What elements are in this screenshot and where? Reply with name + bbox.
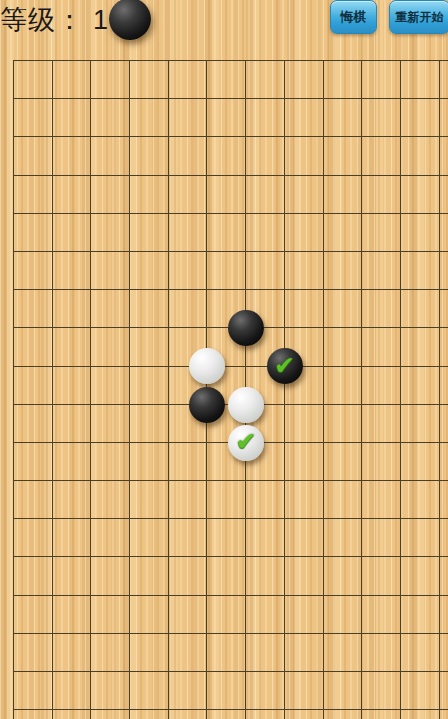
- board-cell[interactable]: [13, 404, 52, 442]
- board-cell[interactable]: [206, 60, 245, 98]
- restart-button[interactable]: 重新开始: [389, 0, 448, 34]
- board-cell[interactable]: [323, 442, 362, 480]
- board-cell[interactable]: [439, 709, 448, 719]
- board-cell[interactable]: [361, 556, 400, 594]
- board-cell[interactable]: [400, 671, 439, 709]
- board-cell[interactable]: [439, 98, 448, 136]
- undo-button[interactable]: 悔棋: [330, 0, 377, 34]
- board-cell[interactable]: [439, 480, 448, 518]
- board-cell[interactable]: [52, 709, 91, 719]
- app-screen: 等级：1 悔棋 重新开始 ✔✔: [0, 0, 448, 719]
- board-cell[interactable]: [439, 136, 448, 174]
- board-cell[interactable]: [361, 442, 400, 480]
- board-cell[interactable]: [168, 442, 207, 480]
- board-cell[interactable]: [129, 366, 168, 404]
- board-cell[interactable]: [52, 404, 91, 442]
- board-cell[interactable]: [52, 633, 91, 671]
- board-cell[interactable]: [168, 60, 207, 98]
- board-cell[interactable]: [90, 633, 129, 671]
- level-label: 等级：: [0, 5, 84, 35]
- board-cell[interactable]: [168, 671, 207, 709]
- board-cell[interactable]: [90, 709, 129, 719]
- board-cell[interactable]: [129, 327, 168, 365]
- board-cell[interactable]: [284, 671, 323, 709]
- board-cell[interactable]: [13, 633, 52, 671]
- board-cell[interactable]: [284, 60, 323, 98]
- board-cell[interactable]: [90, 366, 129, 404]
- board-cell[interactable]: [400, 327, 439, 365]
- board-cell[interactable]: [129, 213, 168, 251]
- board-cell[interactable]: [245, 136, 284, 174]
- board-cell[interactable]: [323, 251, 362, 289]
- white-stone: [228, 387, 264, 423]
- board-cell[interactable]: [90, 595, 129, 633]
- board-cell[interactable]: [90, 556, 129, 594]
- board-cell[interactable]: [52, 98, 91, 136]
- board-cell[interactable]: [439, 251, 448, 289]
- board-cell[interactable]: [323, 518, 362, 556]
- board-cell[interactable]: [129, 136, 168, 174]
- board-cell[interactable]: [400, 251, 439, 289]
- board-cell[interactable]: [168, 556, 207, 594]
- board-cell[interactable]: [90, 480, 129, 518]
- board-cell[interactable]: [323, 480, 362, 518]
- board-cell[interactable]: [245, 251, 284, 289]
- board-cell[interactable]: [52, 442, 91, 480]
- board-cell[interactable]: [323, 556, 362, 594]
- board-cell[interactable]: [323, 136, 362, 174]
- board-cell[interactable]: [129, 518, 168, 556]
- board-cell[interactable]: [129, 251, 168, 289]
- board-cell[interactable]: [90, 175, 129, 213]
- level-value: 1: [93, 5, 109, 35]
- board-cell[interactable]: [168, 518, 207, 556]
- board-cell[interactable]: [361, 98, 400, 136]
- board-cell[interactable]: [168, 213, 207, 251]
- board-cell[interactable]: [129, 556, 168, 594]
- board-cell[interactable]: [129, 633, 168, 671]
- board-cell[interactable]: [245, 709, 284, 719]
- board-cell[interactable]: [284, 480, 323, 518]
- board-cell[interactable]: [361, 366, 400, 404]
- board-cell[interactable]: [284, 633, 323, 671]
- board-cell[interactable]: [323, 709, 362, 719]
- board-cell[interactable]: [400, 595, 439, 633]
- board-cell[interactable]: [400, 60, 439, 98]
- board-cell[interactable]: [52, 327, 91, 365]
- board-cell[interactable]: [206, 98, 245, 136]
- board-cell[interactable]: [361, 213, 400, 251]
- board-cell[interactable]: [90, 60, 129, 98]
- board-cell[interactable]: [323, 98, 362, 136]
- board-cell[interactable]: [284, 213, 323, 251]
- board-cell[interactable]: [400, 442, 439, 480]
- board-cell[interactable]: [129, 595, 168, 633]
- board-cell[interactable]: [245, 633, 284, 671]
- board-cell[interactable]: [245, 556, 284, 594]
- board-cell[interactable]: [284, 175, 323, 213]
- board-cell[interactable]: [400, 480, 439, 518]
- board-cell[interactable]: [52, 518, 91, 556]
- board-cell[interactable]: [439, 556, 448, 594]
- board-cell[interactable]: [361, 518, 400, 556]
- board-cell[interactable]: [361, 175, 400, 213]
- board-cell[interactable]: [13, 136, 52, 174]
- board-cell[interactable]: [168, 251, 207, 289]
- board-cell[interactable]: [400, 289, 439, 327]
- board-cell[interactable]: [323, 633, 362, 671]
- board-cell[interactable]: [206, 136, 245, 174]
- board-cell[interactable]: [13, 442, 52, 480]
- board-cell[interactable]: [13, 366, 52, 404]
- board-cell[interactable]: [168, 480, 207, 518]
- board-cell[interactable]: [52, 480, 91, 518]
- board-cell[interactable]: [206, 518, 245, 556]
- board-cell[interactable]: [361, 327, 400, 365]
- board-cell[interactable]: [90, 327, 129, 365]
- board-cell[interactable]: [400, 175, 439, 213]
- board-cell[interactable]: [129, 480, 168, 518]
- board-cell[interactable]: [90, 404, 129, 442]
- board-cell[interactable]: [361, 251, 400, 289]
- board-cell[interactable]: [206, 251, 245, 289]
- board-cell[interactable]: [13, 595, 52, 633]
- board-cell[interactable]: [439, 595, 448, 633]
- board-cell[interactable]: [129, 442, 168, 480]
- board-cell[interactable]: [439, 404, 448, 442]
- board-cell[interactable]: [206, 175, 245, 213]
- board-cell[interactable]: [13, 518, 52, 556]
- board-cell[interactable]: [52, 175, 91, 213]
- board-cell[interactable]: [168, 709, 207, 719]
- green-check-icon: ✔: [235, 429, 256, 454]
- board-cell[interactable]: [439, 289, 448, 327]
- board-cell[interactable]: [129, 671, 168, 709]
- board-cell[interactable]: [13, 480, 52, 518]
- board-cell[interactable]: [439, 442, 448, 480]
- board-cell[interactable]: [323, 289, 362, 327]
- board-cell[interactable]: [129, 98, 168, 136]
- board[interactable]: ✔✔: [13, 60, 448, 719]
- green-check-icon: ✔: [274, 353, 295, 378]
- board-cell[interactable]: [245, 60, 284, 98]
- board-cell[interactable]: [361, 633, 400, 671]
- board-cell[interactable]: [284, 404, 323, 442]
- board-cell[interactable]: [284, 251, 323, 289]
- board-cell[interactable]: [439, 671, 448, 709]
- board-cell[interactable]: [168, 175, 207, 213]
- board-cell[interactable]: [323, 404, 362, 442]
- board-cell[interactable]: [400, 556, 439, 594]
- board-cell[interactable]: [52, 251, 91, 289]
- board-cell[interactable]: [400, 633, 439, 671]
- black-stone-icon: [109, 0, 151, 40]
- board-cell[interactable]: [13, 671, 52, 709]
- top-bar: 等级：1 悔棋 重新开始: [0, 0, 448, 56]
- board-cell[interactable]: [90, 251, 129, 289]
- board-cell[interactable]: [439, 327, 448, 365]
- board-cell[interactable]: [361, 480, 400, 518]
- board-cell[interactable]: [206, 671, 245, 709]
- board-cell[interactable]: [90, 442, 129, 480]
- board-cell[interactable]: [168, 595, 207, 633]
- board-cell[interactable]: [439, 60, 448, 98]
- board-cell[interactable]: [245, 595, 284, 633]
- board-cell[interactable]: [439, 518, 448, 556]
- board-cell[interactable]: [52, 595, 91, 633]
- board-cell[interactable]: [90, 98, 129, 136]
- board-cell[interactable]: [168, 136, 207, 174]
- board-cell[interactable]: [245, 175, 284, 213]
- board-cell[interactable]: [439, 213, 448, 251]
- board-cell[interactable]: [245, 518, 284, 556]
- board-cell[interactable]: [284, 442, 323, 480]
- board-cell[interactable]: [13, 213, 52, 251]
- board-cell[interactable]: [90, 671, 129, 709]
- board-cell[interactable]: [52, 556, 91, 594]
- board-cell[interactable]: [206, 213, 245, 251]
- board-cell[interactable]: [284, 595, 323, 633]
- board-cell[interactable]: [323, 327, 362, 365]
- board-cell[interactable]: [323, 671, 362, 709]
- board-cell[interactable]: [52, 671, 91, 709]
- board-cell[interactable]: [13, 98, 52, 136]
- board-cell[interactable]: [361, 709, 400, 719]
- board-cell[interactable]: [168, 289, 207, 327]
- board-cell[interactable]: [13, 251, 52, 289]
- board-cell[interactable]: [245, 480, 284, 518]
- board-cell[interactable]: [439, 175, 448, 213]
- board-cell[interactable]: [284, 518, 323, 556]
- board-cell[interactable]: [439, 366, 448, 404]
- board-cell[interactable]: [400, 98, 439, 136]
- board-cell[interactable]: [206, 595, 245, 633]
- black-stone: ✔: [267, 348, 303, 384]
- board-cell[interactable]: [361, 595, 400, 633]
- board-cell[interactable]: [90, 289, 129, 327]
- black-stone: [189, 387, 225, 423]
- board-cell[interactable]: [400, 213, 439, 251]
- board-cell[interactable]: [129, 709, 168, 719]
- board-cell[interactable]: [206, 709, 245, 719]
- board-cell[interactable]: [400, 518, 439, 556]
- board-cell[interactable]: [400, 366, 439, 404]
- board-cell[interactable]: [13, 556, 52, 594]
- board-cell[interactable]: [13, 709, 52, 719]
- board-cell[interactable]: [245, 671, 284, 709]
- board-cell[interactable]: [284, 136, 323, 174]
- board-cell[interactable]: [284, 98, 323, 136]
- board-cell[interactable]: [168, 633, 207, 671]
- board-cell[interactable]: [52, 289, 91, 327]
- board-cell[interactable]: [284, 709, 323, 719]
- board-cell[interactable]: [129, 60, 168, 98]
- black-stone: [228, 310, 264, 346]
- board-cell[interactable]: [206, 480, 245, 518]
- board-cell[interactable]: [245, 98, 284, 136]
- board-cell[interactable]: [400, 404, 439, 442]
- board-cell[interactable]: [168, 98, 207, 136]
- board-cell[interactable]: [361, 136, 400, 174]
- board-cell[interactable]: [323, 175, 362, 213]
- board-cell[interactable]: [129, 404, 168, 442]
- board-cell[interactable]: [284, 556, 323, 594]
- board-cell[interactable]: [206, 633, 245, 671]
- board-cell[interactable]: [90, 213, 129, 251]
- board-cell[interactable]: [323, 366, 362, 404]
- board-cell[interactable]: [52, 366, 91, 404]
- board-grid: [13, 60, 448, 719]
- board-cell[interactable]: [284, 289, 323, 327]
- board-cell[interactable]: [400, 709, 439, 719]
- board-cell[interactable]: [361, 60, 400, 98]
- board-cell[interactable]: [323, 595, 362, 633]
- board-cell[interactable]: [52, 60, 91, 98]
- board-cell[interactable]: [13, 289, 52, 327]
- board-cell[interactable]: [361, 404, 400, 442]
- board-cell[interactable]: [129, 175, 168, 213]
- board-cell[interactable]: [90, 136, 129, 174]
- board-cell[interactable]: [129, 289, 168, 327]
- board-cell[interactable]: [439, 633, 448, 671]
- board-cell[interactable]: [13, 175, 52, 213]
- board-cell[interactable]: [361, 289, 400, 327]
- board-cell[interactable]: [245, 213, 284, 251]
- board-cell[interactable]: [13, 60, 52, 98]
- board-cell[interactable]: [90, 518, 129, 556]
- board-cell[interactable]: [323, 213, 362, 251]
- level-display: 等级：1: [0, 2, 109, 38]
- board-cell[interactable]: [13, 327, 52, 365]
- white-stone: ✔: [228, 425, 264, 461]
- board-cell[interactable]: [400, 136, 439, 174]
- board-cell[interactable]: [323, 60, 362, 98]
- board-cell[interactable]: [206, 556, 245, 594]
- board-cell[interactable]: [361, 671, 400, 709]
- board-cell[interactable]: [52, 136, 91, 174]
- board-cell[interactable]: [52, 213, 91, 251]
